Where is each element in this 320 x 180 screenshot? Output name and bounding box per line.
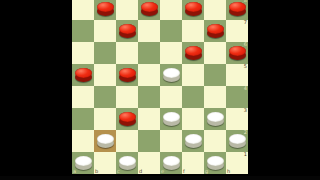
file-label-b: b — [95, 169, 98, 174]
red-piece-a5[interactable] — [75, 68, 92, 82]
square-h4[interactable]: 4 — [226, 86, 248, 108]
square-h7[interactable]: 7 — [226, 20, 248, 42]
square-f5[interactable] — [182, 64, 204, 86]
square-d4[interactable] — [138, 86, 160, 108]
square-c4[interactable] — [116, 86, 138, 108]
white-piece-e1[interactable] — [163, 156, 180, 170]
rank-label-3: 3 — [244, 108, 247, 113]
red-piece-f6[interactable] — [185, 46, 202, 60]
white-piece-b2[interactable] — [97, 134, 114, 148]
square-b6[interactable] — [94, 42, 116, 64]
square-d7[interactable] — [138, 20, 160, 42]
white-piece-c1[interactable] — [119, 156, 136, 170]
red-piece-h8[interactable] — [229, 2, 246, 16]
white-piece-e3[interactable] — [163, 112, 180, 126]
app-window: 8765432abcdefgh1 — [0, 0, 320, 180]
square-a4[interactable] — [72, 86, 94, 108]
white-piece-g3[interactable] — [207, 112, 224, 126]
rank-label-7: 7 — [244, 20, 247, 25]
square-b5[interactable] — [94, 64, 116, 86]
square-a8[interactable] — [72, 0, 94, 20]
square-d6[interactable] — [138, 42, 160, 64]
square-e1[interactable]: e — [160, 152, 182, 174]
square-c8[interactable] — [116, 0, 138, 20]
square-f3[interactable] — [182, 108, 204, 130]
letterbox-bottom — [0, 176, 320, 180]
square-e7[interactable] — [160, 20, 182, 42]
square-c2[interactable] — [116, 130, 138, 152]
square-a5[interactable] — [72, 64, 94, 86]
square-b2[interactable] — [94, 130, 116, 152]
square-f1[interactable]: f — [182, 152, 204, 174]
square-g5[interactable] — [204, 64, 226, 86]
square-g4[interactable] — [204, 86, 226, 108]
square-g7[interactable] — [204, 20, 226, 42]
square-c6[interactable] — [116, 42, 138, 64]
square-d3[interactable] — [138, 108, 160, 130]
square-f8[interactable] — [182, 0, 204, 20]
square-b3[interactable] — [94, 108, 116, 130]
square-e6[interactable] — [160, 42, 182, 64]
red-piece-c7[interactable] — [119, 24, 136, 38]
square-e4[interactable] — [160, 86, 182, 108]
square-e3[interactable] — [160, 108, 182, 130]
square-a2[interactable] — [72, 130, 94, 152]
square-d8[interactable] — [138, 0, 160, 20]
square-e8[interactable] — [160, 0, 182, 20]
square-g2[interactable] — [204, 130, 226, 152]
square-b8[interactable] — [94, 0, 116, 20]
red-piece-d8[interactable] — [141, 2, 158, 16]
square-h3[interactable]: 3 — [226, 108, 248, 130]
square-e2[interactable] — [160, 130, 182, 152]
white-piece-a1[interactable] — [75, 156, 92, 170]
rank-label-1: 1 — [244, 152, 247, 157]
square-b4[interactable] — [94, 86, 116, 108]
square-f6[interactable] — [182, 42, 204, 64]
square-c5[interactable] — [116, 64, 138, 86]
square-g8[interactable] — [204, 0, 226, 20]
white-piece-f2[interactable] — [185, 134, 202, 148]
rank-label-4: 4 — [244, 86, 247, 91]
square-d5[interactable] — [138, 64, 160, 86]
square-h1[interactable]: h1 — [226, 152, 248, 174]
red-piece-h6[interactable] — [229, 46, 246, 60]
letterbox-left — [0, 0, 72, 180]
square-a6[interactable] — [72, 42, 94, 64]
red-piece-c3[interactable] — [119, 112, 136, 126]
square-a3[interactable] — [72, 108, 94, 130]
white-piece-g1[interactable] — [207, 156, 224, 170]
square-b7[interactable] — [94, 20, 116, 42]
checkers-board: 8765432abcdefgh1 — [72, 0, 248, 174]
square-a1[interactable]: a — [72, 152, 94, 174]
file-label-h: h — [227, 169, 230, 174]
square-f2[interactable] — [182, 130, 204, 152]
red-piece-c5[interactable] — [119, 68, 136, 82]
square-e5[interactable] — [160, 64, 182, 86]
square-g6[interactable] — [204, 42, 226, 64]
red-piece-b8[interactable] — [97, 2, 114, 16]
square-c7[interactable] — [116, 20, 138, 42]
rank-label-5: 5 — [244, 64, 247, 69]
file-label-f: f — [183, 169, 185, 174]
white-piece-h2[interactable] — [229, 134, 246, 148]
square-b1[interactable]: b — [94, 152, 116, 174]
square-c3[interactable] — [116, 108, 138, 130]
square-g3[interactable] — [204, 108, 226, 130]
square-h8[interactable]: 8 — [226, 0, 248, 20]
square-f4[interactable] — [182, 86, 204, 108]
square-c1[interactable]: c — [116, 152, 138, 174]
square-h6[interactable]: 6 — [226, 42, 248, 64]
square-d2[interactable] — [138, 130, 160, 152]
file-label-d: d — [139, 169, 142, 174]
square-f7[interactable] — [182, 20, 204, 42]
white-piece-e5[interactable] — [163, 68, 180, 82]
letterbox-right — [248, 0, 320, 180]
square-d1[interactable]: d — [138, 152, 160, 174]
red-piece-g7[interactable] — [207, 24, 224, 38]
square-h5[interactable]: 5 — [226, 64, 248, 86]
square-h2[interactable]: 2 — [226, 130, 248, 152]
square-a7[interactable] — [72, 20, 94, 42]
red-piece-f8[interactable] — [185, 2, 202, 16]
square-g1[interactable]: g — [204, 152, 226, 174]
